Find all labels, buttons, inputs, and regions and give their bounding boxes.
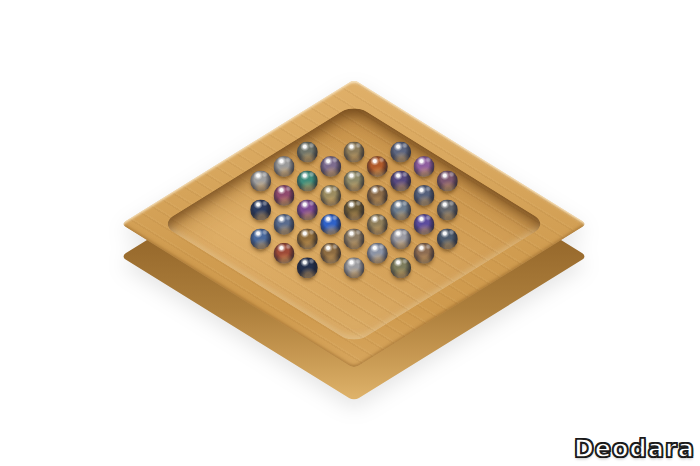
marble[interactable] (297, 142, 318, 163)
solitaire-board[interactable] (191, 109, 518, 312)
marble[interactable] (344, 199, 365, 220)
marble[interactable] (320, 156, 341, 177)
marble[interactable] (367, 156, 388, 177)
marble[interactable] (273, 185, 294, 206)
marble[interactable] (437, 228, 458, 249)
marble[interactable] (344, 228, 365, 249)
wooden-tray (121, 79, 588, 368)
marble[interactable] (320, 214, 341, 235)
marble[interactable] (297, 257, 318, 278)
marble[interactable] (390, 142, 411, 163)
marble[interactable] (344, 142, 365, 163)
marble[interactable] (437, 171, 458, 192)
product-photo-scene (0, 0, 700, 466)
marble[interactable] (297, 228, 318, 249)
marble[interactable] (344, 257, 365, 278)
marble[interactable] (250, 228, 271, 249)
marble[interactable] (320, 243, 341, 264)
marble[interactable] (273, 214, 294, 235)
marble[interactable] (297, 199, 318, 220)
marble[interactable] (250, 171, 271, 192)
marble[interactable] (320, 185, 341, 206)
marble[interactable] (367, 214, 388, 235)
marble[interactable] (390, 228, 411, 249)
marble[interactable] (437, 199, 458, 220)
marble[interactable] (390, 199, 411, 220)
marble[interactable] (390, 257, 411, 278)
marble[interactable] (273, 243, 294, 264)
marble[interactable] (414, 243, 435, 264)
marble[interactable] (297, 171, 318, 192)
marble[interactable] (250, 199, 271, 220)
marble[interactable] (367, 185, 388, 206)
marble[interactable] (367, 243, 388, 264)
marble[interactable] (344, 171, 365, 192)
marble[interactable] (414, 185, 435, 206)
marble[interactable] (414, 214, 435, 235)
marble[interactable] (414, 156, 435, 177)
marble[interactable] (390, 171, 411, 192)
marble[interactable] (273, 156, 294, 177)
brand-watermark: Deodara (574, 435, 695, 463)
